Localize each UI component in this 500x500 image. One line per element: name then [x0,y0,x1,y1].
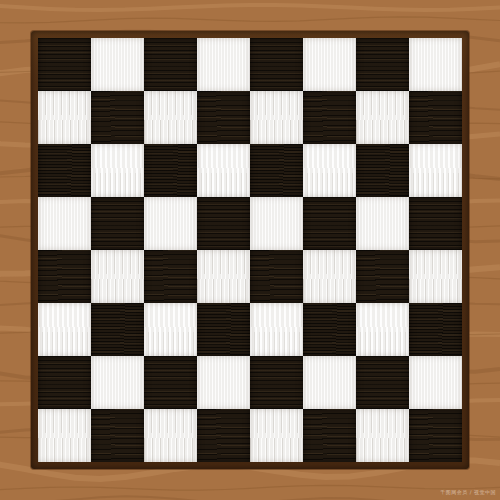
square-e3[interactable] [250,303,303,356]
square-d4[interactable] [197,250,250,303]
square-g3[interactable] [356,303,409,356]
square-g2[interactable] [356,356,409,409]
scene: 千图网会员 / 视觉中国 [0,0,500,500]
wood-grain-streak [0,485,500,490]
square-a2[interactable] [38,356,91,409]
square-e1[interactable] [250,409,303,462]
square-e5[interactable] [250,197,303,250]
square-f2[interactable] [303,356,356,409]
square-f4[interactable] [303,250,356,303]
square-e4[interactable] [250,250,303,303]
square-d7[interactable] [197,91,250,144]
square-f6[interactable] [303,144,356,197]
square-f1[interactable] [303,409,356,462]
square-g6[interactable] [356,144,409,197]
square-h5[interactable] [409,197,462,250]
square-h3[interactable] [409,303,462,356]
square-f5[interactable] [303,197,356,250]
square-e6[interactable] [250,144,303,197]
square-f3[interactable] [303,303,356,356]
square-c4[interactable] [144,250,197,303]
square-d6[interactable] [197,144,250,197]
square-c1[interactable] [144,409,197,462]
square-c8[interactable] [144,38,197,91]
square-d3[interactable] [197,303,250,356]
square-a3[interactable] [38,303,91,356]
square-b5[interactable] [91,197,144,250]
square-b7[interactable] [91,91,144,144]
square-g5[interactable] [356,197,409,250]
square-c5[interactable] [144,197,197,250]
square-b6[interactable] [91,144,144,197]
square-a7[interactable] [38,91,91,144]
square-g8[interactable] [356,38,409,91]
square-b4[interactable] [91,250,144,303]
square-b1[interactable] [91,409,144,462]
square-c7[interactable] [144,91,197,144]
square-a8[interactable] [38,38,91,91]
square-g4[interactable] [356,250,409,303]
square-c6[interactable] [144,144,197,197]
wood-grain-line [0,496,500,500]
square-g1[interactable] [356,409,409,462]
square-a4[interactable] [38,250,91,303]
square-h4[interactable] [409,250,462,303]
square-h1[interactable] [409,409,462,462]
square-d2[interactable] [197,356,250,409]
square-b8[interactable] [91,38,144,91]
square-e2[interactable] [250,356,303,409]
wood-grain-streak [0,17,500,23]
square-a5[interactable] [38,197,91,250]
square-d8[interactable] [197,38,250,91]
checkerboard[interactable] [38,38,462,462]
square-h7[interactable] [409,91,462,144]
square-h6[interactable] [409,144,462,197]
square-e7[interactable] [250,91,303,144]
square-e8[interactable] [250,38,303,91]
square-a1[interactable] [38,409,91,462]
square-c2[interactable] [144,356,197,409]
square-a6[interactable] [38,144,91,197]
square-h8[interactable] [409,38,462,91]
watermark: 千图网会员 / 视觉中国 [440,489,496,495]
square-g7[interactable] [356,91,409,144]
square-b3[interactable] [91,303,144,356]
square-f7[interactable] [303,91,356,144]
square-f8[interactable] [303,38,356,91]
square-c3[interactable] [144,303,197,356]
square-d5[interactable] [197,197,250,250]
square-b2[interactable] [91,356,144,409]
square-h2[interactable] [409,356,462,409]
wood-grain-line [0,5,500,10]
board-frame [31,31,469,469]
square-d1[interactable] [197,409,250,462]
